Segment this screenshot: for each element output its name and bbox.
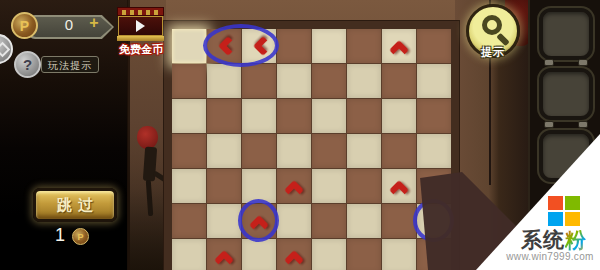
board-cell-r7c5[interactable] bbox=[312, 239, 346, 270]
board-cell-r1c5[interactable] bbox=[312, 29, 346, 63]
board-cell-r2c6[interactable] bbox=[347, 64, 381, 98]
board-cell-r6c7[interactable] bbox=[382, 204, 416, 238]
magnifier-icon bbox=[482, 15, 502, 35]
board-cell-r2c8[interactable] bbox=[417, 64, 451, 98]
board-cell-r4c6[interactable] bbox=[347, 134, 381, 168]
board-cell-r3c7[interactable] bbox=[382, 99, 416, 133]
board-cell-r1c7[interactable] bbox=[382, 29, 416, 63]
slot-hinge bbox=[544, 59, 554, 66]
board-cell-r2c2[interactable] bbox=[207, 64, 241, 98]
skip-cost-coin-icon: P bbox=[72, 228, 89, 245]
sign-top-text-marks bbox=[122, 10, 161, 15]
logo-tile bbox=[548, 196, 563, 210]
board-cell-r4c8[interactable] bbox=[417, 134, 451, 168]
arrow-up-icon bbox=[389, 40, 409, 60]
board-cell-r7c1[interactable] bbox=[172, 239, 206, 270]
coin-icon: P bbox=[11, 12, 38, 39]
board-cell-r5c1[interactable] bbox=[172, 169, 206, 203]
board-cell-r2c1[interactable] bbox=[172, 64, 206, 98]
board bbox=[172, 29, 451, 270]
board-cell-r3c8[interactable] bbox=[417, 99, 451, 133]
board-cell-r3c6[interactable] bbox=[347, 99, 381, 133]
board-cell-r1c8[interactable] bbox=[417, 29, 451, 63]
arrow-left-icon bbox=[218, 36, 238, 56]
board-cell-r4c2[interactable] bbox=[207, 134, 241, 168]
board-cell-r7c7[interactable] bbox=[382, 239, 416, 270]
arrow-up-icon bbox=[389, 180, 409, 200]
board-cell-r3c1[interactable] bbox=[172, 99, 206, 133]
board-cell-r6c3[interactable] bbox=[242, 204, 276, 238]
arrow-up-icon bbox=[249, 215, 269, 235]
add-coins-button[interactable]: + bbox=[86, 14, 102, 32]
board-cell-r4c1[interactable] bbox=[172, 134, 206, 168]
free-coins-label: 免费金币 bbox=[115, 42, 167, 57]
play-icon bbox=[136, 20, 145, 32]
board-cell-r1c1[interactable] bbox=[172, 29, 206, 63]
board-cell-r4c4[interactable] bbox=[277, 134, 311, 168]
board-cell-r1c2[interactable] bbox=[207, 29, 241, 63]
slot-hinge bbox=[544, 121, 554, 128]
board-cell-r5c2[interactable] bbox=[207, 169, 241, 203]
board-cell-r7c2[interactable] bbox=[207, 239, 241, 270]
free-coins-sign[interactable]: 免费金币 bbox=[117, 7, 164, 54]
sign-top-bar bbox=[117, 7, 164, 16]
board-cell-r4c3[interactable] bbox=[242, 134, 276, 168]
hint-button[interactable]: 提示 bbox=[466, 4, 520, 58]
arrow-up-icon bbox=[284, 250, 304, 270]
inventory-slot-2[interactable] bbox=[539, 68, 593, 120]
watermark-logo bbox=[548, 196, 580, 226]
board-cell-r2c7[interactable] bbox=[382, 64, 416, 98]
board-cell-r4c5[interactable] bbox=[312, 134, 346, 168]
logo-tile bbox=[548, 212, 563, 226]
skip-button[interactable]: 跳过 bbox=[33, 188, 117, 222]
board-cell-r5c5[interactable] bbox=[312, 169, 346, 203]
logo-tile bbox=[565, 212, 580, 226]
board-cell-r5c7[interactable] bbox=[382, 169, 416, 203]
board-cell-r2c5[interactable] bbox=[312, 64, 346, 98]
wall-doll-head bbox=[137, 126, 158, 149]
board-cell-r3c5[interactable] bbox=[312, 99, 346, 133]
slot-hinge bbox=[578, 59, 588, 66]
help-label[interactable]: 玩法提示 bbox=[41, 56, 99, 73]
coin-count: 0 bbox=[52, 16, 86, 33]
board-cell-r6c5[interactable] bbox=[312, 204, 346, 238]
board-cell-r1c6[interactable] bbox=[347, 29, 381, 63]
board-cell-r5c6[interactable] bbox=[347, 169, 381, 203]
board-cell-r1c3[interactable] bbox=[242, 29, 276, 63]
board-cell-r6c2[interactable] bbox=[207, 204, 241, 238]
sign-gold-strip bbox=[117, 36, 164, 41]
board-cell-r4c7[interactable] bbox=[382, 134, 416, 168]
inventory-slot-1[interactable] bbox=[539, 8, 593, 60]
game-screen: 0 + P ? 玩法提示 免费金币 跳过 1 P 提示 系统粉 www.win7… bbox=[0, 0, 600, 270]
slot-hinge bbox=[578, 121, 588, 128]
skip-cost-value: 1 bbox=[50, 225, 70, 246]
diamond-icon bbox=[0, 41, 10, 57]
watermark-brand: 系统粉 bbox=[508, 226, 600, 254]
board-cell-r1c4[interactable] bbox=[277, 29, 311, 63]
board-cell-r6c1[interactable] bbox=[172, 204, 206, 238]
board-cell-r6c4[interactable] bbox=[277, 204, 311, 238]
video-screen bbox=[118, 16, 163, 36]
logo-tile bbox=[565, 196, 580, 210]
board-cell-r7c6[interactable] bbox=[347, 239, 381, 270]
board-cell-r3c4[interactable] bbox=[277, 99, 311, 133]
help-button[interactable]: ? bbox=[14, 51, 41, 78]
board-cell-r2c4[interactable] bbox=[277, 64, 311, 98]
board-cell-r6c6[interactable] bbox=[347, 204, 381, 238]
watermark-url: www.win7999.com bbox=[500, 251, 600, 262]
board-cell-r2c3[interactable] bbox=[242, 64, 276, 98]
arrow-up-icon bbox=[284, 180, 304, 200]
arrow-left-icon bbox=[253, 36, 273, 56]
board-cell-r5c3[interactable] bbox=[242, 169, 276, 203]
board-cell-r5c4[interactable] bbox=[277, 169, 311, 203]
board-cell-r7c3[interactable] bbox=[242, 239, 276, 270]
hint-label: 提示 bbox=[469, 45, 517, 60]
arrow-up-icon bbox=[214, 250, 234, 270]
board-cell-r7c4[interactable] bbox=[277, 239, 311, 270]
board-cell-r3c2[interactable] bbox=[207, 99, 241, 133]
board-cell-r3c3[interactable] bbox=[242, 99, 276, 133]
